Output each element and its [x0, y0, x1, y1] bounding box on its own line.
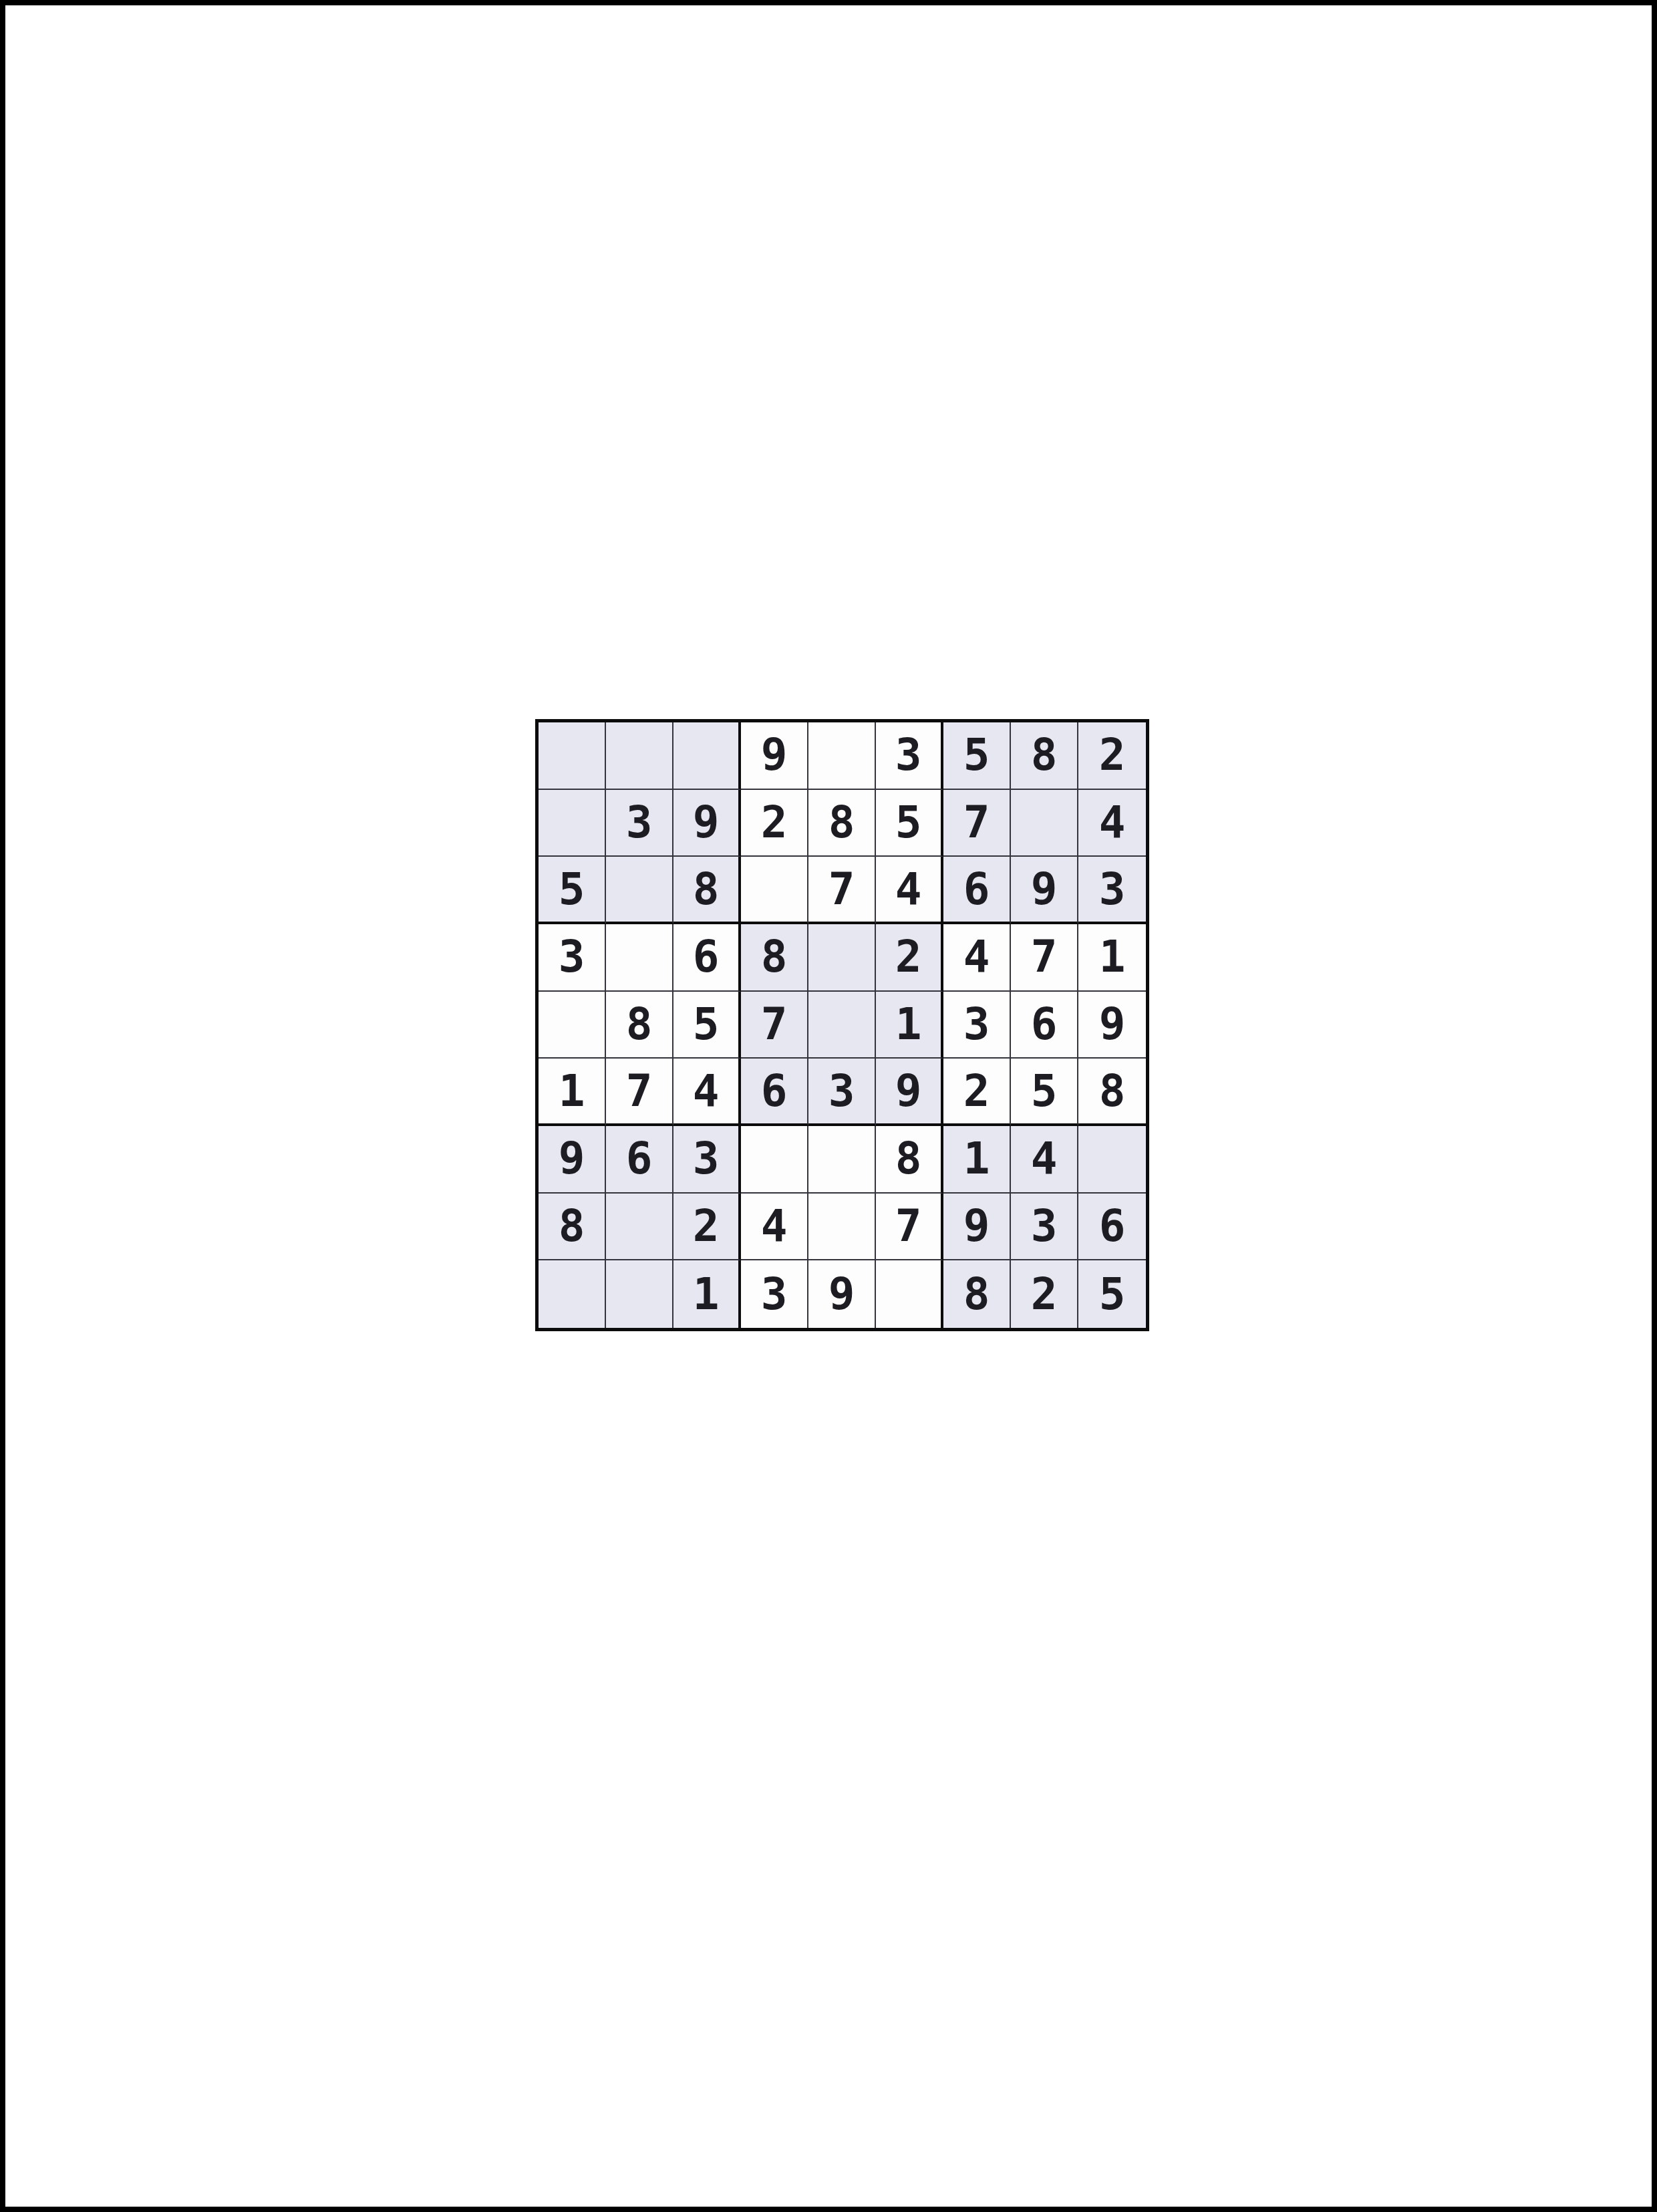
given-digit: 5 [1099, 1272, 1126, 1317]
cell-r7c5-empty[interactable] [808, 1126, 876, 1194]
cell-r4c9-given: 1 [1078, 924, 1146, 992]
given-digit: 3 [1031, 1204, 1058, 1248]
given-digit: 8 [963, 1272, 990, 1317]
cell-r7c4-empty[interactable] [741, 1126, 808, 1194]
given-digit: 1 [559, 1069, 585, 1113]
given-digit: 4 [1099, 801, 1126, 845]
cell-r4c3-given: 6 [673, 924, 741, 992]
given-digit: 7 [761, 1002, 788, 1047]
given-digit: 3 [1099, 867, 1126, 912]
given-digit: 2 [963, 1069, 990, 1113]
given-digit: 6 [693, 935, 720, 979]
cell-r3c5-given: 7 [808, 857, 876, 924]
cell-r6c8-given: 5 [1011, 1059, 1078, 1126]
given-digit: 7 [828, 867, 855, 912]
cell-r3c4-empty[interactable] [741, 857, 808, 924]
cell-r9c1-empty[interactable] [539, 1260, 606, 1328]
given-digit: 9 [693, 801, 720, 845]
cell-r7c9-empty[interactable] [1078, 1126, 1146, 1194]
cell-r5c8-given: 6 [1011, 992, 1078, 1059]
cell-r8c2-empty[interactable] [606, 1194, 673, 1261]
cell-r2c7-given: 7 [943, 790, 1011, 857]
cell-r1c1-empty[interactable] [539, 722, 606, 790]
cell-r6c2-given: 7 [606, 1059, 673, 1126]
given-digit: 6 [626, 1137, 653, 1181]
cell-r1c8-given: 8 [1011, 722, 1078, 790]
cell-r6c9-given: 8 [1078, 1059, 1146, 1126]
cell-r2c8-empty[interactable] [1011, 790, 1078, 857]
cell-r3c7-given: 6 [943, 857, 1011, 924]
cell-r4c4-given: 8 [741, 924, 808, 992]
given-digit: 3 [963, 1002, 990, 1047]
given-digit: 5 [963, 733, 990, 777]
given-digit: 2 [761, 801, 788, 845]
cell-r7c8-given: 4 [1011, 1126, 1078, 1194]
cell-r8c4-given: 4 [741, 1194, 808, 1261]
given-digit: 8 [626, 1002, 653, 1047]
cell-r4c8-given: 7 [1011, 924, 1078, 992]
given-digit: 3 [761, 1272, 788, 1317]
given-digit: 2 [693, 1204, 720, 1248]
cell-r7c7-given: 1 [943, 1126, 1011, 1194]
cell-r1c6-given: 3 [876, 722, 943, 790]
cell-r5c7-given: 3 [943, 992, 1011, 1059]
cell-r3c2-empty[interactable] [606, 857, 673, 924]
cell-r8c5-empty[interactable] [808, 1194, 876, 1261]
cell-r3c1-given: 5 [539, 857, 606, 924]
cell-r3c9-given: 3 [1078, 857, 1146, 924]
cell-r2c5-given: 8 [808, 790, 876, 857]
cell-r8c1-given: 8 [539, 1194, 606, 1261]
cell-r2c2-given: 3 [606, 790, 673, 857]
given-digit: 7 [626, 1069, 653, 1113]
given-digit: 8 [761, 935, 788, 979]
given-digit: 4 [693, 1069, 720, 1113]
cell-r2c3-given: 9 [673, 790, 741, 857]
cell-r3c6-given: 4 [876, 857, 943, 924]
given-digit: 9 [1031, 867, 1058, 912]
cell-r2c1-empty[interactable] [539, 790, 606, 857]
given-digit: 1 [963, 1137, 990, 1181]
cell-r6c4-given: 6 [741, 1059, 808, 1126]
given-digit: 5 [895, 801, 922, 845]
cell-r6c5-given: 3 [808, 1059, 876, 1126]
given-digit: 9 [895, 1069, 922, 1113]
given-digit: 2 [895, 935, 922, 979]
cell-r6c6-given: 9 [876, 1059, 943, 1126]
cell-r4c5-empty[interactable] [808, 924, 876, 992]
given-digit: 2 [1031, 1272, 1058, 1317]
cell-r9c9-given: 5 [1078, 1260, 1146, 1328]
given-digit: 8 [828, 801, 855, 845]
cell-r9c6-empty[interactable] [876, 1260, 943, 1328]
given-digit: 1 [693, 1272, 720, 1317]
given-digit: 1 [1099, 935, 1126, 979]
given-digit: 4 [895, 867, 922, 912]
given-digit: 8 [559, 1204, 585, 1248]
cell-r7c6-given: 8 [876, 1126, 943, 1194]
cell-r5c2-given: 8 [606, 992, 673, 1059]
cell-r1c7-given: 5 [943, 722, 1011, 790]
cell-r5c9-given: 9 [1078, 992, 1146, 1059]
given-digit: 8 [1099, 1069, 1126, 1113]
given-digit: 6 [1031, 1002, 1058, 1047]
cell-r5c4-given: 7 [741, 992, 808, 1059]
cell-r9c5-given: 9 [808, 1260, 876, 1328]
given-digit: 3 [895, 733, 922, 777]
scanned-puzzle-page: 9358239285745874693368247185713691746392… [0, 0, 1657, 2212]
given-digit: 4 [1031, 1137, 1058, 1181]
cell-r8c3-given: 2 [673, 1194, 741, 1261]
cell-r5c5-empty[interactable] [808, 992, 876, 1059]
cell-r5c6-given: 1 [876, 992, 943, 1059]
given-digit: 4 [963, 935, 990, 979]
cell-r9c2-empty[interactable] [606, 1260, 673, 1328]
given-digit: 8 [895, 1137, 922, 1181]
cell-r1c2-empty[interactable] [606, 722, 673, 790]
given-digit: 7 [1031, 935, 1058, 979]
given-digit: 6 [1099, 1204, 1126, 1248]
cell-r9c3-given: 1 [673, 1260, 741, 1328]
given-digit: 3 [559, 935, 585, 979]
given-digit: 8 [1031, 733, 1058, 777]
cell-r9c8-given: 2 [1011, 1260, 1078, 1328]
cell-r9c7-given: 8 [943, 1260, 1011, 1328]
sudoku-board: 9358239285745874693368247185713691746392… [535, 719, 1149, 1331]
cell-r8c6-given: 7 [876, 1194, 943, 1261]
cell-r1c4-given: 9 [741, 722, 808, 790]
cell-r8c7-given: 9 [943, 1194, 1011, 1261]
given-digit: 5 [693, 1002, 720, 1047]
given-digit: 5 [1031, 1069, 1058, 1113]
cell-r2c6-given: 5 [876, 790, 943, 857]
cell-r8c9-given: 6 [1078, 1194, 1146, 1261]
given-digit: 1 [895, 1002, 922, 1047]
cell-r1c9-given: 2 [1078, 722, 1146, 790]
cell-r3c8-given: 9 [1011, 857, 1078, 924]
cell-r6c1-given: 1 [539, 1059, 606, 1126]
cell-r7c2-given: 6 [606, 1126, 673, 1194]
cell-r5c3-given: 5 [673, 992, 741, 1059]
cell-r2c9-given: 4 [1078, 790, 1146, 857]
given-digit: 9 [963, 1204, 990, 1248]
cell-r9c4-given: 3 [741, 1260, 808, 1328]
given-digit: 9 [828, 1272, 855, 1317]
cell-r1c5-empty[interactable] [808, 722, 876, 790]
given-digit: 8 [693, 867, 720, 912]
given-digit: 9 [761, 733, 788, 777]
cell-r2c4-given: 2 [741, 790, 808, 857]
given-digit: 6 [963, 867, 990, 912]
given-digit: 7 [895, 1204, 922, 1248]
cell-r3c3-given: 8 [673, 857, 741, 924]
given-digit: 5 [559, 867, 585, 912]
given-digit: 4 [761, 1204, 788, 1248]
cell-r4c6-given: 2 [876, 924, 943, 992]
cell-r1c3-empty[interactable] [673, 722, 741, 790]
cell-r8c8-given: 3 [1011, 1194, 1078, 1261]
cell-r5c1-empty[interactable] [539, 992, 606, 1059]
given-digit: 9 [1099, 1002, 1126, 1047]
given-digit: 9 [559, 1137, 585, 1181]
given-digit: 3 [693, 1137, 720, 1181]
cell-r6c3-given: 4 [673, 1059, 741, 1126]
cell-r6c7-given: 2 [943, 1059, 1011, 1126]
cell-r4c7-given: 4 [943, 924, 1011, 992]
cell-r7c3-given: 3 [673, 1126, 741, 1194]
given-digit: 7 [963, 801, 990, 845]
given-digit: 3 [626, 801, 653, 845]
cell-r7c1-given: 9 [539, 1126, 606, 1194]
given-digit: 6 [761, 1069, 788, 1113]
given-digit: 2 [1099, 733, 1126, 777]
cell-r4c2-empty[interactable] [606, 924, 673, 992]
given-digit: 3 [828, 1069, 855, 1113]
cell-r4c1-given: 3 [539, 924, 606, 992]
